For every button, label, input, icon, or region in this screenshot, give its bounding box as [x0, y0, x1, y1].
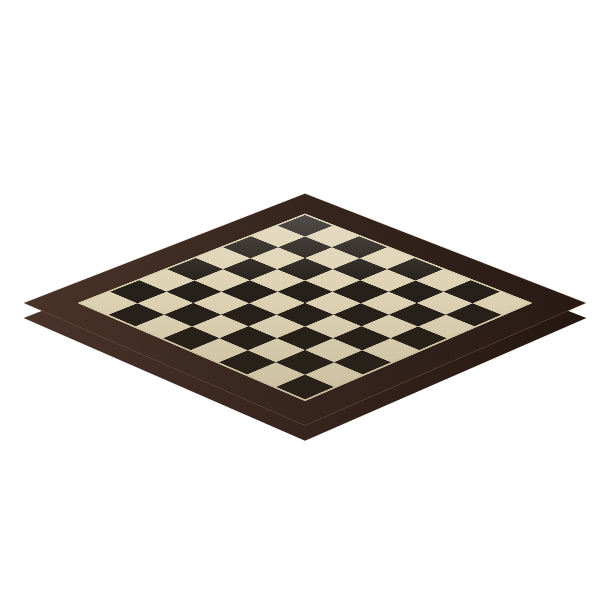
board-frame — [24, 193, 587, 425]
playing-field — [77, 213, 532, 401]
product-photo — [0, 0, 600, 600]
